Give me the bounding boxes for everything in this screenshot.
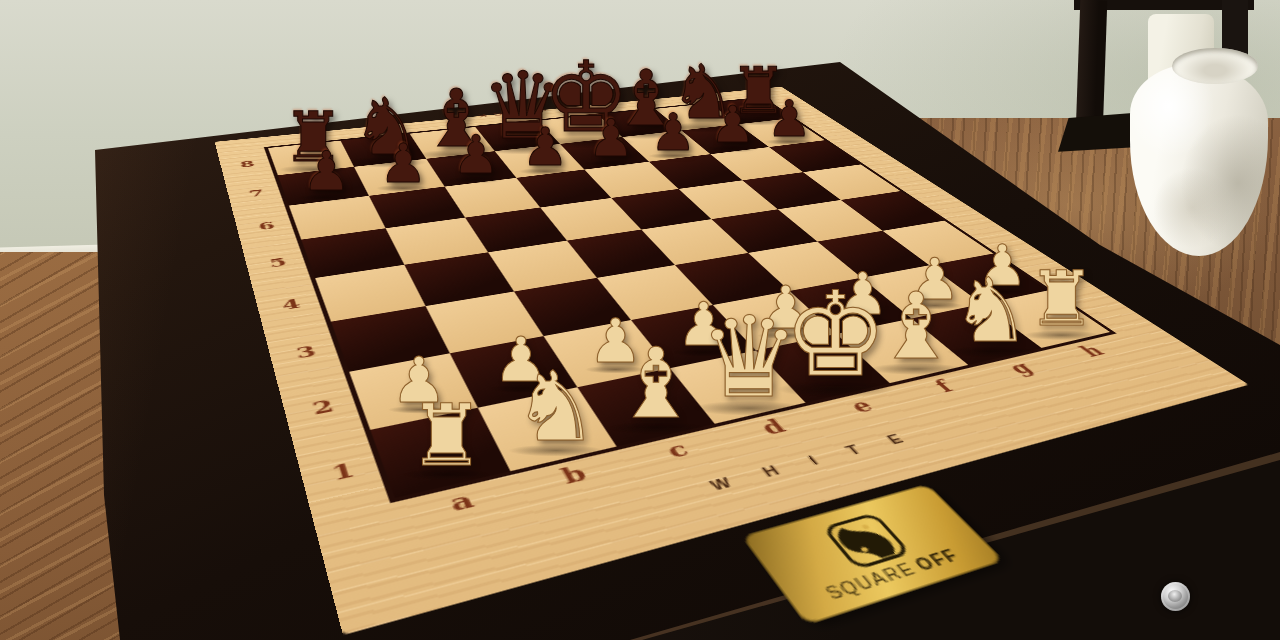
piece-white-knight-b1: ♞ <box>513 359 599 455</box>
piece-black-pawn-e7: ♟ <box>588 114 634 166</box>
piece-black-pawn-d7: ♟ <box>522 121 569 173</box>
piece-white-knight-g1: ♞ <box>952 267 1031 355</box>
pieces-layer: ♜♞♝♛♚♝♞♜♟♟♟♟♟♟♟♟♟♟♟♟♟♟♟♟♜♞♝♛♚♝♞♜ <box>0 0 1280 640</box>
piece-black-pawn-g7: ♟ <box>710 100 755 151</box>
piece-black-pawn-c7: ♟ <box>452 129 500 182</box>
piece-white-rook-a1: ♜ <box>409 393 485 478</box>
piece-white-bishop-c1: ♝ <box>613 336 700 433</box>
piece-black-pawn-f7: ♟ <box>650 107 696 158</box>
piece-white-king-e1: ♚ <box>783 277 888 394</box>
piece-white-bishop-f1: ♝ <box>875 281 958 373</box>
piece-black-pawn-h7: ♟ <box>767 94 812 144</box>
piece-black-pawn-b7: ♟ <box>379 137 427 191</box>
piece-black-pawn-a7: ♟ <box>302 146 351 200</box>
room-scene: abcdefgh 87654321 W H I T E BLACK SQUARE… <box>0 0 1280 640</box>
piece-white-rook-h1: ♜ <box>1027 263 1095 339</box>
